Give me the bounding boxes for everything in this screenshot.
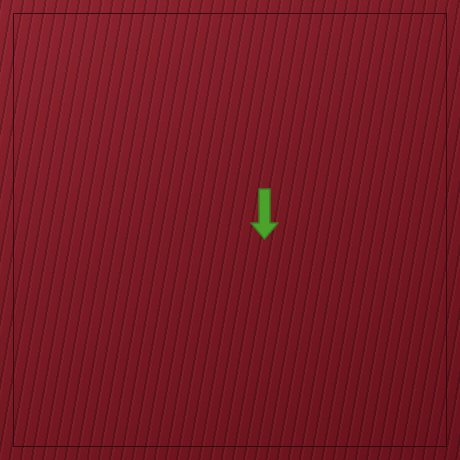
chess-diagram [0,0,460,460]
chess-board [14,14,446,446]
